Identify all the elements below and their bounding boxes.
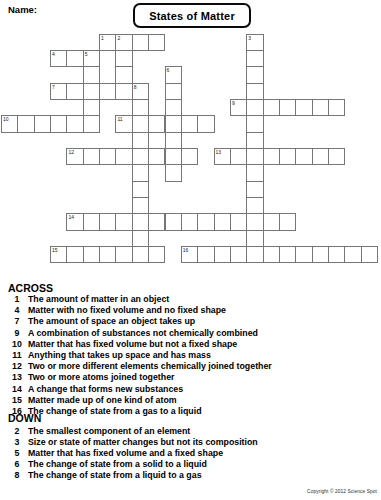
clue-list-number: 10 (10, 339, 24, 349)
grid-cell[interactable] (328, 246, 345, 263)
clue-list-number: 7 (10, 316, 24, 326)
grid-cell[interactable] (246, 246, 263, 263)
grid-cell[interactable] (132, 99, 149, 116)
grid-cell[interactable] (263, 99, 280, 116)
clue-list-text: A change that forms new substances (28, 384, 183, 394)
grid-cell[interactable] (328, 99, 345, 116)
grid-cell[interactable] (230, 148, 247, 165)
grid-cell[interactable]: 12 (66, 148, 83, 165)
clue-number: 9 (232, 100, 235, 106)
across-section: ACROSS 1The amount of matter in an objec… (0, 282, 381, 412)
grid-cell[interactable] (132, 213, 149, 230)
grid-cell[interactable]: 6 (165, 66, 182, 83)
grid-cell[interactable] (148, 148, 165, 165)
grid-cell[interactable] (83, 99, 100, 116)
grid-cell[interactable] (246, 99, 263, 116)
grid-cell[interactable]: 7 (50, 83, 67, 100)
grid-cell[interactable] (115, 66, 132, 83)
grid-cell[interactable] (246, 148, 263, 165)
grid-cell[interactable] (181, 213, 198, 230)
grid-cell[interactable] (165, 148, 182, 165)
clue-number: 14 (68, 214, 74, 220)
grid-cell[interactable] (132, 148, 149, 165)
grid-cell[interactable] (181, 115, 198, 132)
grid-cell[interactable] (132, 164, 149, 181)
clue-number: 13 (216, 149, 222, 155)
grid-cell[interactable] (197, 115, 214, 132)
grid-cell[interactable] (246, 83, 263, 100)
grid-cell[interactable] (17, 115, 34, 132)
clue-list-text: The smallest component of an element (28, 426, 190, 436)
grid-cell[interactable]: 14 (66, 213, 83, 230)
clue-list-text: The amount of matter in an object (28, 294, 169, 304)
grid-cell[interactable] (279, 99, 296, 116)
across-header: ACROSS (8, 282, 53, 294)
grid-cell[interactable]: 8 (132, 83, 149, 100)
clue-list-text: Matter that has fixed volume and a fixed… (28, 448, 223, 458)
grid-cell[interactable] (148, 115, 165, 132)
clue-list-number: 3 (10, 437, 24, 447)
clue-list-text: Size or state of matter changes but not … (28, 437, 258, 447)
grid-cell[interactable] (246, 181, 263, 198)
grid-cell[interactable] (66, 50, 83, 67)
grid-cell[interactable] (34, 115, 51, 132)
across-clue: 4Matter with no fixed volume and no fixe… (0, 305, 381, 316)
clue-list-text: The amount of space an object takes up (28, 316, 195, 326)
grid-cell[interactable] (132, 246, 149, 263)
clue-list-text: Two or more atoms joined together (28, 372, 174, 382)
grid-cell[interactable] (230, 213, 247, 230)
down-section: DOWN 2The smallest component of an eleme… (0, 412, 381, 484)
grid-cell[interactable] (83, 213, 100, 230)
grid-cell[interactable] (115, 148, 132, 165)
clue-list-number: 6 (10, 459, 24, 469)
grid-cell[interactable] (148, 246, 165, 263)
across-clue: 13Two or more atoms joined together (0, 372, 381, 383)
grid-cell[interactable] (246, 115, 263, 132)
clue-list-text: Anything that takes up space and has mas… (28, 350, 211, 360)
clue-list-number: 4 (10, 305, 24, 315)
grid-cell[interactable] (246, 66, 263, 83)
name-label: Name: (8, 4, 37, 15)
clue-number: 12 (68, 149, 74, 155)
clue-list-number: 9 (10, 328, 24, 338)
across-clue: 10Matter that has fixed volume but not a… (0, 339, 381, 350)
grid-cell[interactable] (230, 246, 247, 263)
clue-list-number: 13 (10, 372, 24, 382)
grid-cell[interactable] (115, 83, 132, 100)
grid-cell[interactable] (99, 213, 116, 230)
across-clue: 1The amount of matter in an object (0, 294, 381, 305)
grid-cell[interactable] (132, 230, 149, 247)
grid-cell[interactable] (66, 83, 83, 100)
clue-list-number: 2 (10, 426, 24, 436)
clue-number: 3 (248, 35, 251, 41)
grid-cell[interactable] (66, 246, 83, 263)
across-clue: 14A change that forms new substances (0, 384, 381, 395)
grid-cell[interactable]: 1 (99, 34, 116, 51)
grid-cell[interactable] (99, 148, 116, 165)
clue-list-number: 11 (10, 350, 24, 360)
grid-cell[interactable] (263, 148, 280, 165)
grid-cell[interactable] (263, 213, 280, 230)
clue-list-text: Two or more different elements chemicall… (28, 361, 272, 371)
grid-cell[interactable] (279, 246, 296, 263)
grid-cell[interactable]: 15 (50, 246, 67, 263)
grid-cell[interactable] (50, 115, 67, 132)
grid-cell[interactable] (246, 213, 263, 230)
grid-cell[interactable] (214, 246, 231, 263)
clue-number: 10 (3, 116, 9, 122)
grid-cell[interactable] (83, 83, 100, 100)
clue-number: 8 (134, 84, 137, 90)
grid-cell[interactable] (361, 246, 378, 263)
grid-cell[interactable] (115, 213, 132, 230)
grid-cell[interactable] (246, 197, 263, 214)
grid-cell[interactable] (165, 132, 182, 149)
clue-number: 15 (52, 247, 58, 253)
grid-cell[interactable] (197, 213, 214, 230)
grid-cell[interactable] (83, 246, 100, 263)
grid-cell[interactable] (328, 148, 345, 165)
clue-list-number: 1 (10, 294, 24, 304)
grid-cell[interactable] (312, 99, 329, 116)
across-clue: 15Matter made up of one kind of atom (0, 395, 381, 406)
down-clue: 2The smallest component of an element (0, 426, 381, 437)
grid-cell[interactable]: 2 (115, 34, 132, 51)
grid-cell[interactable] (66, 115, 83, 132)
across-clue: 9A combination of substances not chemica… (0, 328, 381, 339)
grid-cell[interactable] (295, 99, 312, 116)
grid-cell[interactable] (165, 213, 182, 230)
down-clue: 5Matter that has fixed volume and a fixe… (0, 448, 381, 459)
worksheet-page: Name: States of Matter 12345678910111213… (0, 0, 381, 500)
clue-list-text: Matter with no fixed volume and no fixed… (28, 305, 226, 315)
grid-cell[interactable]: 10 (1, 115, 18, 132)
clue-list-text: A combination of substances not chemical… (28, 328, 258, 338)
clue-number: 4 (52, 51, 55, 57)
crossword-grid: 12345678910111213141516 (1, 34, 379, 264)
grid-cell[interactable] (165, 99, 182, 116)
grid-cell[interactable] (148, 213, 165, 230)
clue-number: 11 (117, 116, 122, 122)
clue-list-text: Matter that has fixed volume but not a f… (28, 339, 237, 349)
clue-number: 16 (183, 247, 189, 253)
grid-cell[interactable] (279, 213, 296, 230)
down-clue: 3Size or state of matter changes but not… (0, 437, 381, 448)
grid-cell[interactable] (246, 132, 263, 149)
copyright: Copyright © 2012 Science Spot (307, 489, 377, 494)
grid-cell[interactable] (83, 148, 100, 165)
grid-cell[interactable]: 4 (50, 50, 67, 67)
clue-number: 2 (117, 35, 120, 41)
grid-cell[interactable] (148, 34, 165, 51)
grid-cell[interactable] (181, 148, 198, 165)
clue-list-text: The change of state from a solid to a li… (28, 459, 207, 469)
grid-cell[interactable] (279, 148, 296, 165)
grid-cell[interactable]: 3 (246, 34, 263, 51)
grid-cell[interactable] (132, 115, 149, 132)
down-header: DOWN (8, 412, 41, 424)
grid-cell[interactable] (197, 246, 214, 263)
grid-cell[interactable] (312, 246, 329, 263)
grid-cell[interactable] (99, 246, 116, 263)
grid-cell[interactable] (132, 181, 149, 198)
across-clue: 11Anything that takes up space and has m… (0, 350, 381, 361)
grid-cell[interactable] (214, 213, 231, 230)
title-box: States of Matter (133, 3, 251, 28)
grid-cell[interactable]: 5 (83, 50, 100, 67)
down-clue: 8The change of state from a liquid to a … (0, 470, 381, 481)
clue-number: 1 (101, 35, 104, 41)
grid-cell[interactable] (246, 164, 263, 181)
grid-cell[interactable] (263, 246, 280, 263)
across-clue: 12Two or more different elements chemica… (0, 361, 381, 372)
across-clue: 7The amount of space an object takes up (0, 316, 381, 327)
clue-list-number: 5 (10, 448, 24, 458)
grid-cell[interactable] (295, 148, 312, 165)
grid-cell[interactable] (132, 197, 149, 214)
grid-cell[interactable] (165, 83, 182, 100)
grid-cell[interactable] (344, 246, 361, 263)
clue-list-number: 14 (10, 384, 24, 394)
grid-cell[interactable]: 16 (181, 246, 198, 263)
clue-number: 5 (85, 51, 88, 57)
clue-list-text: The change of state from a liquid to a g… (28, 470, 202, 480)
grid-cell[interactable] (83, 66, 100, 83)
grid-cell[interactable] (312, 148, 329, 165)
clue-list-text: Matter made up of one kind of atom (28, 395, 177, 405)
grid-cell[interactable] (115, 50, 132, 67)
grid-cell[interactable]: 9 (230, 99, 247, 116)
grid-cell[interactable] (132, 34, 149, 51)
grid-cell[interactable] (295, 246, 312, 263)
grid-cell[interactable] (246, 50, 263, 67)
grid-cell[interactable] (83, 115, 100, 132)
clue-number: 7 (52, 84, 55, 90)
clue-list-number: 12 (10, 361, 24, 371)
clue-number: 6 (167, 67, 170, 73)
grid-cell[interactable] (165, 115, 182, 132)
clue-list-number: 8 (10, 470, 24, 480)
grid-cell[interactable]: 11 (115, 115, 132, 132)
grid-cell[interactable] (115, 246, 132, 263)
grid-cell[interactable] (132, 132, 149, 149)
page-title: States of Matter (149, 10, 235, 22)
down-clue: 6The change of state from a solid to a l… (0, 459, 381, 470)
grid-cell[interactable] (246, 230, 263, 247)
clue-list-number: 15 (10, 395, 24, 405)
grid-cell[interactable]: 13 (214, 148, 231, 165)
grid-cell[interactable] (165, 164, 182, 181)
grid-cell[interactable] (99, 83, 116, 100)
